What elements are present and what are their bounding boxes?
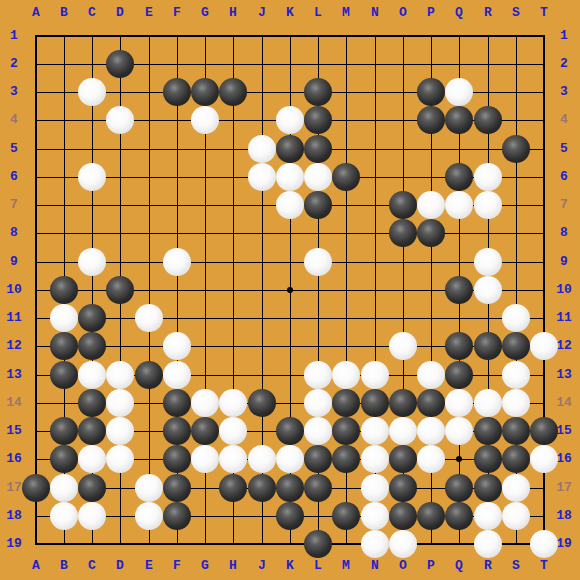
column-label-bottom-N: N (363, 558, 387, 574)
white-stone-N17[interactable] (361, 474, 389, 502)
black-stone-F18[interactable] (163, 502, 191, 530)
black-stone-F15[interactable] (163, 417, 191, 445)
black-stone-M16[interactable] (332, 445, 360, 473)
white-stone-N18[interactable] (361, 502, 389, 530)
row-label-right-6: 6 (552, 169, 576, 185)
column-label-bottom-E: E (137, 558, 161, 574)
white-stone-L14[interactable] (304, 389, 332, 417)
row-label-left-18: 18 (2, 508, 26, 524)
white-stone-N16[interactable] (361, 445, 389, 473)
white-stone-N13[interactable] (361, 361, 389, 389)
column-label-bottom-F: F (165, 558, 189, 574)
row-label-right-17: 17 (552, 480, 576, 496)
white-stone-D16[interactable] (106, 445, 134, 473)
black-stone-C17[interactable] (78, 474, 106, 502)
black-stone-G15[interactable] (191, 417, 219, 445)
black-stone-L7[interactable] (304, 191, 332, 219)
black-stone-M6[interactable] (332, 163, 360, 191)
black-stone-O7[interactable] (389, 191, 417, 219)
white-stone-T19[interactable] (530, 530, 558, 558)
white-stone-G4[interactable] (191, 106, 219, 134)
white-stone-R9[interactable] (474, 248, 502, 276)
black-stone-A17[interactable] (22, 474, 50, 502)
row-label-left-1: 1 (2, 28, 26, 44)
black-stone-O16[interactable] (389, 445, 417, 473)
row-label-right-10: 10 (552, 282, 576, 298)
column-label-bottom-D: D (108, 558, 132, 574)
black-stone-Q10[interactable] (445, 276, 473, 304)
white-stone-T16[interactable] (530, 445, 558, 473)
column-label-bottom-C: C (80, 558, 104, 574)
white-stone-P15[interactable] (417, 417, 445, 445)
column-label-bottom-J: J (250, 558, 274, 574)
white-stone-K16[interactable] (276, 445, 304, 473)
column-label-top-Q: Q (447, 5, 471, 21)
white-stone-C13[interactable] (78, 361, 106, 389)
black-stone-E13[interactable] (135, 361, 163, 389)
white-stone-B18[interactable] (50, 502, 78, 530)
white-stone-E17[interactable] (135, 474, 163, 502)
column-label-top-R: R (476, 5, 500, 21)
row-label-right-9: 9 (552, 254, 576, 270)
white-stone-C16[interactable] (78, 445, 106, 473)
black-stone-R12[interactable] (474, 332, 502, 360)
row-label-right-5: 5 (552, 141, 576, 157)
black-stone-L4[interactable] (304, 106, 332, 134)
row-label-right-18: 18 (552, 508, 576, 524)
black-stone-K15[interactable] (276, 417, 304, 445)
column-label-top-T: T (532, 5, 556, 21)
column-label-bottom-M: M (334, 558, 358, 574)
black-stone-R4[interactable] (474, 106, 502, 134)
black-stone-B12[interactable] (50, 332, 78, 360)
black-stone-Q12[interactable] (445, 332, 473, 360)
black-stone-S5[interactable] (502, 135, 530, 163)
column-label-bottom-B: B (52, 558, 76, 574)
white-stone-H16[interactable] (219, 445, 247, 473)
white-stone-C3[interactable] (78, 78, 106, 106)
black-stone-J17[interactable] (248, 474, 276, 502)
white-stone-R18[interactable] (474, 502, 502, 530)
white-stone-K4[interactable] (276, 106, 304, 134)
white-stone-K7[interactable] (276, 191, 304, 219)
white-stone-S11[interactable] (502, 304, 530, 332)
star-point-Q16 (456, 456, 462, 462)
black-stone-S12[interactable] (502, 332, 530, 360)
black-stone-K5[interactable] (276, 135, 304, 163)
white-stone-R7[interactable] (474, 191, 502, 219)
white-stone-R6[interactable] (474, 163, 502, 191)
row-label-left-10: 10 (2, 282, 26, 298)
white-stone-M13[interactable] (332, 361, 360, 389)
row-label-right-8: 8 (552, 225, 576, 241)
black-stone-S15[interactable] (502, 417, 530, 445)
column-label-top-H: H (221, 5, 245, 21)
white-stone-J16[interactable] (248, 445, 276, 473)
column-label-bottom-T: T (532, 558, 556, 574)
black-stone-B10[interactable] (50, 276, 78, 304)
white-stone-R19[interactable] (474, 530, 502, 558)
white-stone-O19[interactable] (389, 530, 417, 558)
white-stone-R10[interactable] (474, 276, 502, 304)
black-stone-L16[interactable] (304, 445, 332, 473)
white-stone-C9[interactable] (78, 248, 106, 276)
row-label-left-2: 2 (2, 56, 26, 72)
white-stone-N15[interactable] (361, 417, 389, 445)
black-stone-Q4[interactable] (445, 106, 473, 134)
white-stone-P13[interactable] (417, 361, 445, 389)
black-stone-O8[interactable] (389, 219, 417, 247)
white-stone-J5[interactable] (248, 135, 276, 163)
column-label-top-F: F (165, 5, 189, 21)
column-label-top-E: E (137, 5, 161, 21)
white-stone-S13[interactable] (502, 361, 530, 389)
white-stone-B17[interactable] (50, 474, 78, 502)
black-stone-L5[interactable] (304, 135, 332, 163)
white-stone-S14[interactable] (502, 389, 530, 417)
white-stone-D15[interactable] (106, 417, 134, 445)
black-stone-P18[interactable] (417, 502, 445, 530)
column-label-bottom-S: S (504, 558, 528, 574)
row-label-left-4: 4 (2, 112, 26, 128)
column-label-bottom-L: L (306, 558, 330, 574)
black-stone-H17[interactable] (219, 474, 247, 502)
black-stone-F14[interactable] (163, 389, 191, 417)
column-label-top-P: P (419, 5, 443, 21)
row-label-left-6: 6 (2, 169, 26, 185)
black-stone-C12[interactable] (78, 332, 106, 360)
black-stone-M14[interactable] (332, 389, 360, 417)
grid-line-horizontal (35, 318, 545, 319)
white-stone-F9[interactable] (163, 248, 191, 276)
white-stone-P16[interactable] (417, 445, 445, 473)
column-label-bottom-A: A (24, 558, 48, 574)
row-label-right-7: 7 (552, 197, 576, 213)
white-stone-D4[interactable] (106, 106, 134, 134)
black-stone-R15[interactable] (474, 417, 502, 445)
black-stone-M18[interactable] (332, 502, 360, 530)
black-stone-J14[interactable] (248, 389, 276, 417)
grid-line-horizontal (35, 543, 545, 545)
white-stone-O15[interactable] (389, 417, 417, 445)
black-stone-Q6[interactable] (445, 163, 473, 191)
column-label-top-B: B (52, 5, 76, 21)
column-label-bottom-P: P (419, 558, 443, 574)
row-label-right-2: 2 (552, 56, 576, 72)
row-label-left-15: 15 (2, 423, 26, 439)
white-stone-C18[interactable] (78, 502, 106, 530)
black-stone-M15[interactable] (332, 417, 360, 445)
row-label-left-14: 14 (2, 395, 26, 411)
black-stone-B16[interactable] (50, 445, 78, 473)
column-label-bottom-K: K (278, 558, 302, 574)
column-label-bottom-G: G (193, 558, 217, 574)
row-label-left-7: 7 (2, 197, 26, 213)
black-stone-Q18[interactable] (445, 502, 473, 530)
star-point-K10 (287, 287, 293, 293)
black-stone-G3[interactable] (191, 78, 219, 106)
black-stone-C15[interactable] (78, 417, 106, 445)
column-label-top-G: G (193, 5, 217, 21)
go-board-screen: ABCDEFGHJKLMNOPQRST ABCDEFGHJKLMNOPQRST … (0, 0, 580, 580)
black-stone-Q17[interactable] (445, 474, 473, 502)
row-label-left-19: 19 (2, 536, 26, 552)
white-stone-R14[interactable] (474, 389, 502, 417)
row-label-left-12: 12 (2, 338, 26, 354)
white-stone-L15[interactable] (304, 417, 332, 445)
black-stone-L3[interactable] (304, 78, 332, 106)
white-stone-Q14[interactable] (445, 389, 473, 417)
column-label-top-J: J (250, 5, 274, 21)
white-stone-Q3[interactable] (445, 78, 473, 106)
white-stone-F13[interactable] (163, 361, 191, 389)
black-stone-C11[interactable] (78, 304, 106, 332)
black-stone-K17[interactable] (276, 474, 304, 502)
black-stone-N14[interactable] (361, 389, 389, 417)
black-stone-O18[interactable] (389, 502, 417, 530)
white-stone-S18[interactable] (502, 502, 530, 530)
white-stone-L6[interactable] (304, 163, 332, 191)
column-label-bottom-H: H (221, 558, 245, 574)
white-stone-B11[interactable] (50, 304, 78, 332)
column-label-bottom-O: O (391, 558, 415, 574)
column-label-top-A: A (24, 5, 48, 21)
white-stone-G14[interactable] (191, 389, 219, 417)
black-stone-B15[interactable] (50, 417, 78, 445)
white-stone-T12[interactable] (530, 332, 558, 360)
row-label-right-1: 1 (552, 28, 576, 44)
row-label-left-8: 8 (2, 225, 26, 241)
black-stone-P4[interactable] (417, 106, 445, 134)
white-stone-O12[interactable] (389, 332, 417, 360)
black-stone-F16[interactable] (163, 445, 191, 473)
white-stone-D14[interactable] (106, 389, 134, 417)
black-stone-P3[interactable] (417, 78, 445, 106)
black-stone-L19[interactable] (304, 530, 332, 558)
row-label-right-14: 14 (552, 395, 576, 411)
row-label-left-9: 9 (2, 254, 26, 270)
white-stone-E18[interactable] (135, 502, 163, 530)
black-stone-R16[interactable] (474, 445, 502, 473)
black-stone-O14[interactable] (389, 389, 417, 417)
row-label-left-5: 5 (2, 141, 26, 157)
row-label-left-16: 16 (2, 451, 26, 467)
black-stone-D10[interactable] (106, 276, 134, 304)
row-label-left-11: 11 (2, 310, 26, 326)
column-label-top-N: N (363, 5, 387, 21)
column-label-top-S: S (504, 5, 528, 21)
white-stone-Q7[interactable] (445, 191, 473, 219)
black-stone-K18[interactable] (276, 502, 304, 530)
white-stone-E11[interactable] (135, 304, 163, 332)
white-stone-L9[interactable] (304, 248, 332, 276)
column-label-top-O: O (391, 5, 415, 21)
column-label-top-L: L (306, 5, 330, 21)
black-stone-C14[interactable] (78, 389, 106, 417)
white-stone-S17[interactable] (502, 474, 530, 502)
black-stone-S16[interactable] (502, 445, 530, 473)
black-stone-H3[interactable] (219, 78, 247, 106)
white-stone-J6[interactable] (248, 163, 276, 191)
black-stone-D2[interactable] (106, 50, 134, 78)
black-stone-P8[interactable] (417, 219, 445, 247)
black-stone-B13[interactable] (50, 361, 78, 389)
white-stone-N19[interactable] (361, 530, 389, 558)
row-label-left-3: 3 (2, 84, 26, 100)
white-stone-H14[interactable] (219, 389, 247, 417)
row-label-right-13: 13 (552, 367, 576, 383)
white-stone-F12[interactable] (163, 332, 191, 360)
white-stone-P7[interactable] (417, 191, 445, 219)
white-stone-D13[interactable] (106, 361, 134, 389)
black-stone-T15[interactable] (530, 417, 558, 445)
column-label-bottom-Q: Q (447, 558, 471, 574)
black-stone-L17[interactable] (304, 474, 332, 502)
black-stone-Q13[interactable] (445, 361, 473, 389)
column-label-top-D: D (108, 5, 132, 21)
black-stone-F3[interactable] (163, 78, 191, 106)
white-stone-K6[interactable] (276, 163, 304, 191)
white-stone-H15[interactable] (219, 417, 247, 445)
column-label-top-M: M (334, 5, 358, 21)
row-label-right-11: 11 (552, 310, 576, 326)
white-stone-L13[interactable] (304, 361, 332, 389)
black-stone-R17[interactable] (474, 474, 502, 502)
black-stone-P14[interactable] (417, 389, 445, 417)
white-stone-Q15[interactable] (445, 417, 473, 445)
column-label-top-K: K (278, 5, 302, 21)
white-stone-C6[interactable] (78, 163, 106, 191)
white-stone-G16[interactable] (191, 445, 219, 473)
black-stone-F17[interactable] (163, 474, 191, 502)
column-label-top-C: C (80, 5, 104, 21)
black-stone-O17[interactable] (389, 474, 417, 502)
row-label-left-13: 13 (2, 367, 26, 383)
column-label-bottom-R: R (476, 558, 500, 574)
row-label-right-4: 4 (552, 112, 576, 128)
row-label-right-3: 3 (552, 84, 576, 100)
